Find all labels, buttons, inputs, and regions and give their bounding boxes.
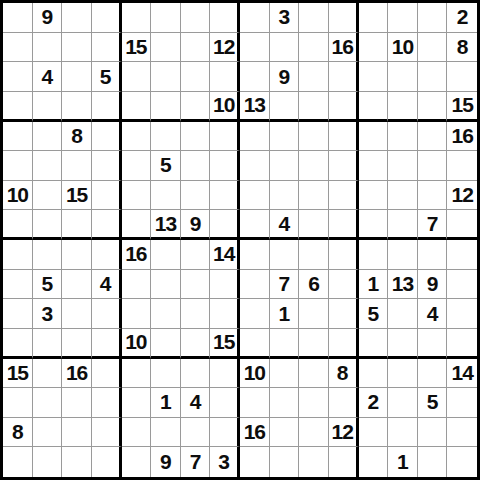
grid-cell-empty[interactable] bbox=[122, 359, 152, 389]
clue-digit: 7 bbox=[279, 272, 290, 296]
clue-digit: 16 bbox=[452, 124, 473, 148]
grid-cell-empty[interactable] bbox=[240, 329, 270, 359]
grid-cell-empty[interactable] bbox=[210, 122, 240, 152]
grid-cell-empty[interactable] bbox=[388, 388, 418, 418]
grid-cell-empty[interactable] bbox=[122, 151, 152, 181]
grid-cell-given: 5 bbox=[359, 299, 389, 329]
grid-cell-empty[interactable] bbox=[240, 3, 270, 33]
grid-cell-empty[interactable] bbox=[3, 447, 33, 477]
grid-cell-empty[interactable] bbox=[181, 270, 211, 300]
grid-cell-given: 2 bbox=[447, 3, 477, 33]
grid-cell-empty[interactable] bbox=[359, 33, 389, 63]
grid-cell-given: 12 bbox=[447, 181, 477, 211]
grid-cell-empty[interactable] bbox=[151, 329, 181, 359]
grid-cell-empty[interactable] bbox=[3, 92, 33, 122]
grid-cell-empty[interactable] bbox=[447, 418, 477, 448]
grid-cell-empty[interactable] bbox=[418, 92, 448, 122]
clue-digit: 10 bbox=[392, 35, 413, 59]
grid-cell-empty[interactable] bbox=[33, 388, 63, 418]
grid-cell-given: 12 bbox=[329, 418, 359, 448]
grid-cell-empty[interactable] bbox=[240, 299, 270, 329]
grid-cell-empty[interactable] bbox=[359, 418, 389, 448]
grid-cell-empty[interactable] bbox=[151, 270, 181, 300]
grid-cell-empty[interactable] bbox=[359, 122, 389, 152]
grid-cell-empty[interactable] bbox=[270, 181, 300, 211]
grid-cell-empty[interactable] bbox=[92, 92, 122, 122]
grid-cell-empty[interactable] bbox=[299, 359, 329, 389]
grid-cell-empty[interactable] bbox=[33, 418, 63, 448]
grid-cell-empty[interactable] bbox=[240, 151, 270, 181]
grid-cell-empty[interactable] bbox=[3, 3, 33, 33]
clue-digit: 14 bbox=[213, 242, 234, 266]
grid-cell-empty[interactable] bbox=[92, 210, 122, 240]
grid-cell-empty[interactable] bbox=[92, 329, 122, 359]
clue-digit: 7 bbox=[190, 450, 201, 474]
grid-cell-empty[interactable] bbox=[359, 329, 389, 359]
grid-cell-given: 3 bbox=[270, 3, 300, 33]
grid-cell-empty[interactable] bbox=[122, 181, 152, 211]
grid-cell-empty[interactable] bbox=[181, 33, 211, 63]
grid-cell-given: 2 bbox=[359, 388, 389, 418]
grid-cell-given: 5 bbox=[418, 388, 448, 418]
grid-cell-empty[interactable] bbox=[33, 92, 63, 122]
grid-cell-empty[interactable] bbox=[122, 388, 152, 418]
clue-digit: 3 bbox=[42, 302, 53, 326]
grid-cell-empty[interactable] bbox=[181, 181, 211, 211]
grid-cell-empty[interactable] bbox=[299, 92, 329, 122]
grid-cell-empty[interactable] bbox=[181, 299, 211, 329]
grid-cell-empty[interactable] bbox=[388, 3, 418, 33]
grid-cell-empty[interactable] bbox=[329, 210, 359, 240]
grid-cell-given: 12 bbox=[210, 33, 240, 63]
grid-cell-empty[interactable] bbox=[329, 447, 359, 477]
grid-cell-empty[interactable] bbox=[62, 240, 92, 270]
grid-cell-empty[interactable] bbox=[240, 62, 270, 92]
grid-cell-empty[interactable] bbox=[299, 181, 329, 211]
grid-cell-empty[interactable] bbox=[122, 122, 152, 152]
grid-cell-empty[interactable] bbox=[388, 299, 418, 329]
grid-cell-empty[interactable] bbox=[240, 240, 270, 270]
grid-cell-empty[interactable] bbox=[3, 240, 33, 270]
grid-cell-empty[interactable] bbox=[151, 33, 181, 63]
grid-cell-empty[interactable] bbox=[388, 329, 418, 359]
grid-cell-empty[interactable] bbox=[62, 33, 92, 63]
clue-digit: 4 bbox=[427, 302, 438, 326]
grid-cell-empty[interactable] bbox=[151, 181, 181, 211]
grid-cell-empty[interactable] bbox=[62, 210, 92, 240]
grid-cell-empty[interactable] bbox=[359, 92, 389, 122]
grid-cell-empty[interactable] bbox=[151, 3, 181, 33]
grid-cell-empty[interactable] bbox=[62, 418, 92, 448]
clue-digit: 3 bbox=[218, 450, 229, 474]
grid-cell-empty[interactable] bbox=[181, 3, 211, 33]
grid-cell-empty[interactable] bbox=[447, 240, 477, 270]
grid-cell-empty[interactable] bbox=[181, 92, 211, 122]
grid-cell-empty[interactable] bbox=[359, 181, 389, 211]
grid-cell-given: 9 bbox=[418, 270, 448, 300]
grid-cell-empty[interactable] bbox=[3, 62, 33, 92]
grid-cell-empty[interactable] bbox=[388, 240, 418, 270]
grid-cell-given: 9 bbox=[270, 62, 300, 92]
grid-cell-empty[interactable] bbox=[329, 181, 359, 211]
grid-cell-empty[interactable] bbox=[329, 92, 359, 122]
grid-cell-empty[interactable] bbox=[270, 122, 300, 152]
grid-cell-empty[interactable] bbox=[299, 122, 329, 152]
grid-cell-empty[interactable] bbox=[210, 270, 240, 300]
grid-cell-given: 15 bbox=[3, 359, 33, 389]
grid-cell-empty[interactable] bbox=[181, 62, 211, 92]
clue-digit: 1 bbox=[279, 302, 290, 326]
grid-cell-empty[interactable] bbox=[151, 62, 181, 92]
grid-cell-empty[interactable] bbox=[62, 92, 92, 122]
grid-cell-empty[interactable] bbox=[151, 92, 181, 122]
grid-cell-empty[interactable] bbox=[418, 151, 448, 181]
grid-cell-empty[interactable] bbox=[181, 122, 211, 152]
grid-cell-empty[interactable] bbox=[240, 33, 270, 63]
grid-cell-empty[interactable] bbox=[418, 33, 448, 63]
clue-digit: 6 bbox=[308, 272, 319, 296]
grid-cell-empty[interactable] bbox=[447, 447, 477, 477]
grid-cell-empty[interactable] bbox=[240, 447, 270, 477]
grid-cell-empty[interactable] bbox=[418, 240, 448, 270]
clue-digit: 5 bbox=[427, 390, 438, 414]
grid-cell-empty[interactable] bbox=[447, 151, 477, 181]
grid-cell-given: 4 bbox=[92, 270, 122, 300]
grid-cell-empty[interactable] bbox=[122, 299, 152, 329]
grid-cell-given: 7 bbox=[270, 270, 300, 300]
grid-cell-given: 9 bbox=[181, 210, 211, 240]
clue-digit: 4 bbox=[100, 272, 111, 296]
grid-cell-empty[interactable] bbox=[359, 151, 389, 181]
grid-cell-empty[interactable] bbox=[181, 329, 211, 359]
grid-cell-empty[interactable] bbox=[299, 388, 329, 418]
grid-cell-given: 4 bbox=[33, 62, 63, 92]
clue-digit: 12 bbox=[213, 35, 234, 59]
grid-cell-empty[interactable] bbox=[388, 181, 418, 211]
grid-cell-empty[interactable] bbox=[359, 359, 389, 389]
grid-cell-empty[interactable] bbox=[3, 299, 33, 329]
clue-digit: 8 bbox=[337, 361, 348, 385]
clue-digit: 16 bbox=[244, 420, 265, 444]
grid-cell-empty[interactable] bbox=[299, 3, 329, 33]
grid-cell-empty[interactable] bbox=[388, 359, 418, 389]
grid-cell-given: 4 bbox=[270, 210, 300, 240]
grid-cell-given: 16 bbox=[447, 122, 477, 152]
grid-cell-empty[interactable] bbox=[181, 359, 211, 389]
grid-cell-empty[interactable] bbox=[388, 92, 418, 122]
grid-cell-empty[interactable] bbox=[447, 388, 477, 418]
grid-cell-empty[interactable] bbox=[92, 122, 122, 152]
clue-digit: 1 bbox=[367, 272, 378, 296]
grid-cell-empty[interactable] bbox=[62, 151, 92, 181]
clue-digit: 5 bbox=[100, 65, 111, 89]
grid-cell-empty[interactable] bbox=[92, 299, 122, 329]
grid-cell-empty[interactable] bbox=[418, 62, 448, 92]
grid-cell-empty[interactable] bbox=[151, 299, 181, 329]
grid-cell-empty[interactable] bbox=[418, 447, 448, 477]
grid-cell-empty[interactable] bbox=[122, 447, 152, 477]
grid-cell-empty[interactable] bbox=[270, 447, 300, 477]
grid-cell-empty[interactable] bbox=[92, 33, 122, 63]
grid-cell-empty[interactable] bbox=[92, 3, 122, 33]
grid-cell-given: 16 bbox=[122, 240, 152, 270]
grid-cell-given: 3 bbox=[33, 299, 63, 329]
grid-cell-given: 10 bbox=[3, 181, 33, 211]
grid-cell-empty[interactable] bbox=[62, 3, 92, 33]
grid-cell-given: 16 bbox=[240, 418, 270, 448]
clue-digit: 9 bbox=[427, 272, 438, 296]
grid-cell-given: 7 bbox=[181, 447, 211, 477]
grid-cell-given: 14 bbox=[210, 240, 240, 270]
grid-cell-given: 8 bbox=[3, 418, 33, 448]
grid-cell-empty[interactable] bbox=[33, 447, 63, 477]
clue-digit: 3 bbox=[279, 5, 290, 29]
grid-cell-empty[interactable] bbox=[62, 447, 92, 477]
clue-digit: 8 bbox=[71, 124, 82, 148]
grid-cell-given: 5 bbox=[151, 151, 181, 181]
grid-cell-empty[interactable] bbox=[388, 62, 418, 92]
grid-cell-empty[interactable] bbox=[210, 62, 240, 92]
grid-cell-empty[interactable] bbox=[33, 210, 63, 240]
clue-digit: 8 bbox=[12, 420, 23, 444]
grid-cell-empty[interactable] bbox=[3, 210, 33, 240]
grid-cell-given: 4 bbox=[181, 388, 211, 418]
grid-cell-empty[interactable] bbox=[122, 418, 152, 448]
grid-cell-empty[interactable] bbox=[329, 329, 359, 359]
grid-cell-empty[interactable] bbox=[210, 151, 240, 181]
grid-cell-empty[interactable] bbox=[447, 270, 477, 300]
grid-cell-empty[interactable] bbox=[62, 329, 92, 359]
grid-cell-empty[interactable] bbox=[299, 299, 329, 329]
grid-cell-empty[interactable] bbox=[418, 418, 448, 448]
grid-cell-empty[interactable] bbox=[3, 122, 33, 152]
grid-cell-empty[interactable] bbox=[329, 299, 359, 329]
clue-digit: 16 bbox=[332, 35, 353, 59]
grid-cell-empty[interactable] bbox=[299, 447, 329, 477]
grid-cell-empty[interactable] bbox=[359, 447, 389, 477]
grid-cell-given: 15 bbox=[210, 329, 240, 359]
grid-cell-given: 1 bbox=[151, 388, 181, 418]
grid-cell-empty[interactable] bbox=[447, 62, 477, 92]
grid-cell-empty[interactable] bbox=[210, 388, 240, 418]
grid-cell-empty[interactable] bbox=[122, 62, 152, 92]
grid-cell-given: 5 bbox=[33, 270, 63, 300]
grid-cell-empty[interactable] bbox=[299, 329, 329, 359]
grid-cell-empty[interactable] bbox=[329, 270, 359, 300]
grid-cell-empty[interactable] bbox=[210, 3, 240, 33]
grid-cell-empty[interactable] bbox=[359, 240, 389, 270]
sudoku-board: 9321512161084591013158165101512139471614… bbox=[0, 0, 480, 480]
grid-cell-empty[interactable] bbox=[122, 3, 152, 33]
grid-cell-empty[interactable] bbox=[359, 3, 389, 33]
grid-cell-empty[interactable] bbox=[151, 122, 181, 152]
grid-cell-empty[interactable] bbox=[447, 210, 477, 240]
grid-cell-given: 7 bbox=[418, 210, 448, 240]
grid-cell-empty[interactable] bbox=[92, 447, 122, 477]
grid-cell-given: 15 bbox=[447, 92, 477, 122]
grid-cell-empty[interactable] bbox=[33, 181, 63, 211]
grid-cell-empty[interactable] bbox=[270, 418, 300, 448]
clue-digit: 13 bbox=[392, 272, 413, 296]
grid-cell-given: 13 bbox=[388, 270, 418, 300]
grid-cell-given: 10 bbox=[122, 329, 152, 359]
grid-cell-given: 6 bbox=[299, 270, 329, 300]
clue-digit: 12 bbox=[452, 183, 473, 207]
grid-cell-empty[interactable] bbox=[122, 92, 152, 122]
clue-digit: 16 bbox=[125, 242, 146, 266]
grid-cell-empty[interactable] bbox=[447, 299, 477, 329]
grid-cell-empty[interactable] bbox=[151, 418, 181, 448]
grid-cell-empty[interactable] bbox=[210, 181, 240, 211]
grid-cell-given: 8 bbox=[329, 359, 359, 389]
grid-cell-empty[interactable] bbox=[92, 151, 122, 181]
clue-digit: 10 bbox=[7, 183, 28, 207]
grid-cell-empty[interactable] bbox=[418, 329, 448, 359]
grid-cell-empty[interactable] bbox=[3, 388, 33, 418]
clue-digit: 15 bbox=[66, 183, 87, 207]
clue-digit: 4 bbox=[190, 390, 201, 414]
clue-digit: 5 bbox=[367, 302, 378, 326]
grid-cell-given: 8 bbox=[447, 33, 477, 63]
grid-cell-empty[interactable] bbox=[181, 240, 211, 270]
grid-cell-empty[interactable] bbox=[33, 122, 63, 152]
grid-cell-empty[interactable] bbox=[270, 359, 300, 389]
grid-cell-empty[interactable] bbox=[418, 122, 448, 152]
grid-cell-empty[interactable] bbox=[210, 299, 240, 329]
grid-cell-given: 13 bbox=[240, 92, 270, 122]
grid-cell-empty[interactable] bbox=[270, 388, 300, 418]
grid-cell-empty[interactable] bbox=[240, 210, 270, 240]
grid-cell-given: 10 bbox=[388, 33, 418, 63]
grid-cell-empty[interactable] bbox=[151, 359, 181, 389]
grid-cell-empty[interactable] bbox=[62, 388, 92, 418]
grid-cell-empty[interactable] bbox=[181, 151, 211, 181]
grid-cell-empty[interactable] bbox=[92, 359, 122, 389]
clue-digit: 2 bbox=[457, 5, 468, 29]
grid-cell-empty[interactable] bbox=[3, 329, 33, 359]
grid-cell-empty[interactable] bbox=[210, 210, 240, 240]
grid-cell-given: 13 bbox=[151, 210, 181, 240]
grid-cell-empty[interactable] bbox=[270, 240, 300, 270]
grid-cell-empty[interactable] bbox=[92, 240, 122, 270]
clue-digit: 13 bbox=[155, 212, 176, 236]
grid-cell-given: 10 bbox=[210, 92, 240, 122]
grid-cell-given: 15 bbox=[62, 181, 92, 211]
grid-cell-empty[interactable] bbox=[33, 151, 63, 181]
grid-cell-empty[interactable] bbox=[240, 388, 270, 418]
grid-cell-empty[interactable] bbox=[329, 62, 359, 92]
grid-cell-given: 15 bbox=[122, 33, 152, 63]
clue-digit: 1 bbox=[160, 390, 171, 414]
grid-cell-given: 14 bbox=[447, 359, 477, 389]
grid-cell-empty[interactable] bbox=[62, 270, 92, 300]
grid-cell-empty[interactable] bbox=[122, 270, 152, 300]
clue-digit: 10 bbox=[125, 330, 146, 354]
grid-cell-empty[interactable] bbox=[388, 210, 418, 240]
grid-cell-empty[interactable] bbox=[270, 92, 300, 122]
grid-cell-empty[interactable] bbox=[3, 270, 33, 300]
grid-cell-empty[interactable] bbox=[210, 418, 240, 448]
clue-digit: 12 bbox=[332, 420, 353, 444]
grid-cell-empty[interactable] bbox=[329, 122, 359, 152]
grid-cell-given: 16 bbox=[62, 359, 92, 389]
grid-cell-empty[interactable] bbox=[210, 359, 240, 389]
grid-cell-empty[interactable] bbox=[240, 122, 270, 152]
clue-digit: 2 bbox=[367, 390, 378, 414]
grid-cell-given: 5 bbox=[92, 62, 122, 92]
clue-digit: 15 bbox=[452, 93, 473, 117]
grid-cell-empty[interactable] bbox=[329, 3, 359, 33]
grid-cell-empty[interactable] bbox=[92, 181, 122, 211]
grid-cell-given: 4 bbox=[418, 299, 448, 329]
clue-digit: 15 bbox=[125, 35, 146, 59]
grid-cell-given: 1 bbox=[388, 447, 418, 477]
grid-cell-empty[interactable] bbox=[33, 240, 63, 270]
clue-digit: 16 bbox=[66, 361, 87, 385]
grid-cell-empty[interactable] bbox=[418, 359, 448, 389]
grid-cell-empty[interactable] bbox=[3, 33, 33, 63]
grid-cell-empty[interactable] bbox=[299, 151, 329, 181]
grid-cell-empty[interactable] bbox=[33, 33, 63, 63]
grid-cell-given: 16 bbox=[329, 33, 359, 63]
grid-cell-empty[interactable] bbox=[92, 388, 122, 418]
grid-cell-empty[interactable] bbox=[122, 210, 152, 240]
grid-cell-empty[interactable] bbox=[359, 210, 389, 240]
clue-digit: 5 bbox=[160, 153, 171, 177]
grid-cell-empty[interactable] bbox=[418, 181, 448, 211]
grid-cell-empty[interactable] bbox=[329, 388, 359, 418]
grid-cell-empty[interactable] bbox=[299, 418, 329, 448]
grid-cell-empty[interactable] bbox=[388, 122, 418, 152]
grid-cell-empty[interactable] bbox=[299, 210, 329, 240]
clue-digit: 13 bbox=[244, 93, 265, 117]
clue-digit: 9 bbox=[190, 212, 201, 236]
grid-cell-empty[interactable] bbox=[270, 329, 300, 359]
grid-cell-empty[interactable] bbox=[270, 151, 300, 181]
grid-cell-empty[interactable] bbox=[329, 240, 359, 270]
clue-digit: 8 bbox=[457, 35, 468, 59]
grid-cell-empty[interactable] bbox=[3, 151, 33, 181]
grid-cell-empty[interactable] bbox=[240, 181, 270, 211]
clue-digit: 9 bbox=[160, 450, 171, 474]
grid-cell-given: 10 bbox=[240, 359, 270, 389]
grid-cell-empty[interactable] bbox=[299, 33, 329, 63]
grid-cell-empty[interactable] bbox=[151, 240, 181, 270]
grid-cell-empty[interactable] bbox=[181, 418, 211, 448]
grid-cell-empty[interactable] bbox=[62, 62, 92, 92]
grid-cell-empty[interactable] bbox=[299, 62, 329, 92]
grid-cell-empty[interactable] bbox=[299, 240, 329, 270]
grid-cell-empty[interactable] bbox=[329, 151, 359, 181]
clue-digit: 4 bbox=[279, 212, 290, 236]
grid-cell-empty[interactable] bbox=[388, 151, 418, 181]
grid-cell-empty[interactable] bbox=[418, 3, 448, 33]
grid-cell-given: 8 bbox=[62, 122, 92, 152]
grid-cell-empty[interactable] bbox=[92, 418, 122, 448]
grid-cell-empty[interactable] bbox=[240, 270, 270, 300]
grid-cell-given: 9 bbox=[151, 447, 181, 477]
grid-cell-empty[interactable] bbox=[270, 33, 300, 63]
grid-cell-empty[interactable] bbox=[62, 299, 92, 329]
grid-cell-given: 9 bbox=[33, 3, 63, 33]
clue-digit: 5 bbox=[42, 272, 53, 296]
grid-cell-empty[interactable] bbox=[388, 418, 418, 448]
grid-cell-empty[interactable] bbox=[447, 329, 477, 359]
grid-cell-empty[interactable] bbox=[33, 359, 63, 389]
grid-cell-empty[interactable] bbox=[359, 62, 389, 92]
grid-cell-empty[interactable] bbox=[33, 329, 63, 359]
clue-digit: 9 bbox=[42, 5, 53, 29]
